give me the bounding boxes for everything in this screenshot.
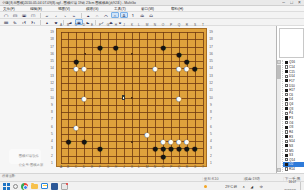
toolbar-separator [81, 13, 82, 18]
browser-icon[interactable] [21, 183, 28, 190]
move-label: H17 [289, 89, 295, 92]
move-label: Q14 [289, 158, 295, 161]
toolbar-separator [40, 13, 41, 18]
move-label: R14 [289, 167, 295, 170]
window-title: 小强(天元围棋)2010-05-04 07-09(8).sgf - 围棋打谱 1… [2, 1, 136, 4]
coord-right-14: 14 [209, 67, 213, 70]
white-stone-icon [285, 112, 288, 115]
toolbar-separator [95, 20, 96, 25]
coord-top-K: K [130, 23, 132, 26]
weather-icon[interactable] [204, 185, 207, 188]
coord-left-3: 3 [51, 147, 53, 150]
coord-top-H: H [115, 23, 117, 26]
zoom-out-icon[interactable]: ⊖ [147, 12, 155, 18]
coord-top-F: F [99, 23, 101, 26]
white-stone-icon [285, 75, 288, 78]
grid-line-v [203, 32, 204, 164]
scroll-down-icon[interactable] [277, 168, 281, 172]
coord-left-5: 5 [51, 132, 53, 135]
coord-right-2: 2 [210, 154, 212, 157]
white-stone-icon [285, 140, 288, 143]
open-file-icon[interactable]: ▤ [11, 12, 19, 18]
coord-bottom-R: R [186, 165, 188, 168]
coord-right-3: 3 [210, 147, 212, 150]
coord-left-17: 17 [50, 45, 54, 48]
coord-top-Q: Q [178, 23, 180, 26]
stone-white-R4[interactable]: ● [182, 136, 192, 146]
coord-left-15: 15 [50, 60, 54, 63]
tray-chevron-icon[interactable]: ∧ [242, 185, 244, 188]
go-board[interactable]: AABBCCDDEEFFGGHHJJKKLLMMNNOOPPQQRRSSTT19… [56, 28, 207, 167]
black-stone-icon [285, 70, 288, 73]
zoom-in-icon[interactable]: ⊕ [138, 12, 146, 18]
toolbar-separator [40, 20, 41, 25]
white-stone-icon [285, 121, 288, 124]
coord-left-1: 1 [51, 161, 53, 164]
tree-up-icon[interactable]: ▲ [43, 19, 51, 25]
coord-bottom-Q: Q [178, 165, 180, 168]
coord-bottom-O: O [162, 165, 164, 168]
folder-icon[interactable] [31, 184, 38, 190]
move-label: O2 [289, 163, 293, 166]
coord-top-S: S [194, 23, 196, 26]
coord-right-4: 4 [210, 140, 212, 143]
black-stone-icon [285, 98, 288, 101]
move-label: P4 [289, 112, 293, 115]
black-stone-icon [285, 126, 288, 129]
coord-top-D: D [83, 23, 85, 26]
coord-right-1: 1 [210, 161, 212, 164]
watermark-line2: 公众号·围棋之家 [19, 162, 32, 166]
move-label: D10 [289, 84, 295, 87]
grid-line-v [147, 32, 148, 164]
print-icon[interactable]: ◫ [29, 12, 37, 18]
star-point-K4 [131, 141, 133, 143]
move-label: D14 [289, 75, 295, 78]
stone-black-H17[interactable]: ● [111, 42, 121, 52]
move-label: N14 [289, 140, 295, 143]
black-stone-icon [285, 135, 288, 138]
white-stone-icon [285, 158, 288, 161]
current-move-cursor [122, 95, 125, 100]
menu-item-4[interactable]: 工具(T) [114, 7, 126, 11]
move-label: C6 [289, 93, 293, 96]
coord-top-J: J [123, 23, 125, 26]
game-info-box [279, 28, 304, 58]
coord-left-4: 4 [51, 140, 53, 143]
white-stone-tool-icon[interactable]: ○ [93, 12, 101, 18]
black-stone-icon [285, 163, 288, 166]
move-label: C14 [289, 65, 295, 68]
stone-black-B4[interactable]: ● [63, 136, 73, 146]
scroll-up-icon[interactable] [277, 60, 281, 64]
minimize-button[interactable]: – [281, 1, 285, 4]
move-label: Q16 [289, 61, 295, 64]
coord-right-10: 10 [209, 96, 213, 99]
coord-left-16: 16 [50, 52, 54, 55]
white-stone-icon [285, 93, 288, 96]
window-controls: – □ × [280, 0, 303, 5]
coord-left-10: 10 [50, 96, 54, 99]
grid-line-h [61, 119, 204, 120]
white-stone-icon [285, 167, 288, 170]
scrollbar-thumb[interactable] [277, 65, 281, 79]
coord-right-7: 7 [210, 118, 212, 121]
coord-right-18: 18 [209, 38, 213, 41]
stone-white-D14[interactable]: ● [79, 63, 89, 73]
last-move-icon[interactable]: » [70, 12, 78, 18]
file-explorer-icon[interactable] [41, 183, 48, 189]
app-icon-blue[interactable] [51, 183, 58, 190]
move-label: F17 [289, 79, 295, 82]
star-point-K10 [131, 97, 133, 99]
maximize-button[interactable]: □ [289, 1, 293, 4]
coord-left-14: 14 [50, 67, 54, 70]
coord-left-9: 9 [51, 103, 53, 106]
coord-bottom-P: P [170, 165, 172, 168]
stone-white-C6[interactable]: ● [71, 122, 81, 132]
black-stone-icon [285, 154, 288, 157]
watermark-badge: 围棋打谱软件 公众号·围棋之家 [9, 149, 41, 164]
star-point-D16 [84, 53, 86, 55]
stone-black-O17[interactable]: ● [158, 42, 168, 52]
coord-bottom-C: C [75, 165, 77, 168]
clock-date: 2021/6/5 [284, 189, 296, 190]
black-stone-tool-icon[interactable]: ● [84, 12, 92, 18]
coord-bottom-H: H [115, 165, 117, 168]
coord-right-12: 12 [209, 81, 213, 84]
coord-right-19: 19 [209, 30, 213, 33]
taskbar-clock[interactable]: 16:07 2021/6/5 [265, 178, 296, 190]
ime-indicator[interactable]: 中 [259, 185, 262, 188]
coord-right-8: 8 [210, 110, 212, 113]
move-label: Q4 [289, 102, 293, 105]
move-label: C15 [289, 70, 295, 73]
status-bar: 棋谱注释: 本对局输入人的棋谱内容 坐标:K10棋盘:19路下一手:黑 [0, 173, 304, 181]
coord-right-13: 13 [209, 74, 213, 77]
stone-white-R14[interactable]: ● [182, 63, 192, 73]
black-stone-icon [285, 107, 288, 110]
search-icon[interactable] [13, 184, 18, 189]
coord-bottom-J: J [123, 165, 125, 168]
coord-left-7: 7 [51, 118, 53, 121]
move-panel: Q16C14C15D14F17D10H17C6D4Q4Q3P4P3O4O3R4R… [276, 26, 304, 173]
black-stone-icon [285, 144, 288, 147]
marker-tool-icon[interactable]: ◇ [102, 12, 110, 18]
menu-item-5[interactable]: 窗口(W) [141, 7, 154, 11]
coord-top-A: A [59, 23, 61, 26]
move-list: Q16C14C15D14F17D10H17C6D4Q4Q3P4P3O4O3R4R… [282, 60, 304, 172]
coord-bottom-K: K [130, 165, 132, 168]
edit-mode-icon[interactable]: ✎ [11, 19, 19, 25]
move-label: N3 [289, 144, 293, 147]
white-stone-icon [285, 65, 288, 68]
coord-bottom-B: B [67, 165, 69, 168]
triangle-tool-icon[interactable]: △ [111, 12, 119, 18]
coord-right-6: 6 [210, 125, 212, 128]
move-label: D4 [289, 98, 293, 101]
move-label: O4 [289, 121, 293, 124]
black-stone-icon [285, 89, 288, 92]
stone-white-N14[interactable]: ● [150, 63, 160, 73]
first-move-icon[interactable]: « [43, 12, 51, 18]
coord-right-15: 15 [209, 60, 213, 63]
black-stone-icon [285, 79, 288, 82]
coord-bottom-T: T [202, 165, 204, 168]
move-label: R4 [289, 130, 293, 133]
white-stone-icon [285, 130, 288, 133]
coord-right-17: 17 [209, 45, 213, 48]
coord-top-O: O [162, 23, 164, 26]
coord-bottom-F: F [99, 165, 101, 168]
move-label: P3 [289, 116, 293, 119]
white-stone-icon [285, 102, 288, 105]
coord-top-T: T [202, 23, 204, 26]
prev-move-icon[interactable]: ‹ [52, 12, 60, 18]
menu-item-2[interactable]: 视图(V) [58, 7, 70, 11]
coord-left-12: 12 [50, 81, 54, 84]
move-list-scrollbar[interactable] [277, 60, 281, 172]
clock-time: 16:07 [284, 180, 296, 183]
grid-line-h [61, 163, 204, 164]
coord-left-6: 6 [51, 125, 53, 128]
coord-left-2: 2 [51, 154, 53, 157]
windows-taskbar: 29°C 晴 ∧ ◢ 中 16:07 2021/6/5 [0, 181, 304, 190]
coord-left-11: 11 [50, 89, 53, 92]
coord-left-18: 18 [50, 38, 54, 41]
stone-black-F17[interactable]: ● [95, 42, 105, 52]
star-point-K16 [131, 53, 133, 55]
stone-white-Q10[interactable]: ● [174, 93, 184, 103]
coord-top-N: N [154, 23, 156, 26]
toolbar-separator [63, 20, 64, 25]
coord-bottom-D: D [83, 165, 85, 168]
coord-right-16: 16 [209, 52, 213, 55]
coord-top-R: R [186, 23, 188, 26]
stone-black-F3[interactable]: ● [95, 143, 105, 153]
grid-line-h [61, 156, 204, 157]
board-setup-icon[interactable]: ▦ [2, 19, 10, 25]
stone-white-M5[interactable]: ● [142, 129, 152, 139]
move-row-24-R14[interactable]: R14 [283, 167, 304, 172]
coord-bottom-E: E [91, 165, 93, 168]
coord-top-E: E [91, 23, 93, 26]
coord-top-C: C [75, 23, 77, 26]
menu-item-0[interactable]: 文件(F) [3, 7, 15, 11]
white-stone-icon [285, 84, 288, 87]
app-icon-notification[interactable] [61, 183, 68, 190]
show-desktop-button[interactable] [300, 182, 302, 190]
coord-bottom-N: N [154, 165, 156, 168]
menu-item-6[interactable]: 帮助(H) [171, 7, 183, 11]
coord-left-8: 8 [51, 110, 53, 113]
new-file-icon[interactable]: ▢ [2, 12, 10, 18]
status-comment-title: 棋谱注释: [2, 175, 37, 179]
move-label: M5 [289, 149, 293, 152]
grid-line-h [61, 105, 204, 106]
watermark-line1: 围棋打谱软件 [19, 153, 32, 157]
grid-line-h [61, 127, 204, 128]
coord-right-11: 11 [209, 89, 212, 92]
stone-black-D4[interactable]: ● [79, 136, 89, 146]
stone-black-O2[interactable]: ● [158, 151, 168, 161]
coord-left-13: 13 [50, 74, 54, 77]
coord-bottom-S: S [194, 165, 196, 168]
white-stone-icon [285, 149, 288, 152]
redo-icon[interactable]: ↻ [29, 19, 37, 25]
coord-right-9: 9 [210, 103, 212, 106]
screen: 小强(天元围棋)2010-05-04 07-09(8).sgf - 围棋打谱 1… [0, 0, 304, 190]
move-label: Q3 [289, 107, 293, 110]
grid-line-v [139, 32, 140, 164]
toolbar-edit: ▦✎↺↻▲▼◄◉►✓◈▾ [0, 19, 304, 26]
save-icon[interactable]: ▣ [20, 12, 28, 18]
number-tool-icon[interactable]: 1 [129, 12, 137, 18]
coord-bottom-G: G [107, 165, 109, 168]
coord-right-5: 5 [210, 132, 212, 135]
network-icon[interactable]: ◢ [250, 185, 253, 188]
stone-white-D10[interactable]: ● [79, 93, 89, 103]
coord-top-P: P [170, 23, 172, 26]
grid-line-h [61, 112, 204, 113]
move-label: S3 [289, 154, 293, 157]
weather-text[interactable]: 29°C 晴 [225, 185, 237, 188]
move-label: O3 [289, 126, 293, 129]
black-stone-icon [285, 61, 288, 64]
undo-icon[interactable]: ↺ [20, 19, 28, 25]
coord-bottom-M: M [146, 165, 149, 168]
next-move-icon[interactable]: › [61, 12, 69, 18]
toolbar-main: ▢▤▣◫«‹›»●○◇△A1⊕⊖ [0, 12, 304, 19]
tree-down-icon[interactable]: ▼ [52, 19, 60, 25]
menu-item-3[interactable]: 棋谱(G) [86, 7, 98, 11]
coord-bottom-L: L [138, 165, 140, 168]
close-button[interactable]: × [297, 1, 301, 4]
client-area: AABBCCDDEEFFGGHHJJKKLLMMNNOOPPQQRRSSTT19… [0, 26, 304, 173]
black-stone-icon [285, 116, 288, 119]
coord-bottom-A: A [59, 165, 61, 168]
system-tray: 29°C 晴 ∧ ◢ 中 16:07 2021/6/5 [204, 182, 302, 190]
coord-top-G: G [107, 23, 109, 26]
label-tool-icon[interactable]: A [120, 12, 128, 18]
menu-item-1[interactable]: 编辑(E) [30, 7, 42, 11]
move-label: R3 [289, 135, 293, 138]
coord-top-M: M [146, 23, 149, 26]
coord-left-19: 19 [50, 30, 54, 33]
start-button-icon[interactable] [3, 183, 10, 190]
